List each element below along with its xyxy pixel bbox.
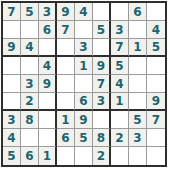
- cell-r8c6[interactable]: 8: [93, 129, 111, 147]
- cell-r8c5[interactable]: 5: [75, 129, 93, 147]
- cell-r5c5[interactable]: [75, 75, 93, 93]
- sudoku-board: 7539466753494371541953974263193819574658…: [1, 1, 167, 167]
- cell-r6c3[interactable]: [39, 93, 57, 111]
- cell-r3c2[interactable]: 4: [21, 39, 39, 57]
- cell-r7c8[interactable]: 5: [129, 111, 147, 129]
- cell-r3c8[interactable]: 1: [129, 39, 147, 57]
- cell-r5c4[interactable]: [57, 75, 75, 93]
- cell-r4c4[interactable]: [57, 57, 75, 75]
- cell-r5c6[interactable]: 7: [93, 75, 111, 93]
- cell-r4c3[interactable]: 4: [39, 57, 57, 75]
- cell-r9c8[interactable]: [129, 147, 147, 165]
- cell-r5c3[interactable]: 9: [39, 75, 57, 93]
- cell-r6c6[interactable]: 3: [93, 93, 111, 111]
- cell-r1c4[interactable]: 9: [57, 3, 75, 21]
- cell-r2c4[interactable]: 7: [57, 21, 75, 39]
- cell-r8c7[interactable]: 2: [111, 129, 129, 147]
- cell-r5c1[interactable]: [3, 75, 21, 93]
- cell-r9c6[interactable]: 2: [93, 147, 111, 165]
- cell-r9c1[interactable]: 5: [3, 147, 21, 165]
- cell-r4c1[interactable]: [3, 57, 21, 75]
- cell-r3c1[interactable]: 9: [3, 39, 21, 57]
- cell-r2c3[interactable]: 6: [39, 21, 57, 39]
- cell-r1c2[interactable]: 5: [21, 3, 39, 21]
- cell-r4c9[interactable]: [147, 57, 165, 75]
- cell-r2c1[interactable]: [3, 21, 21, 39]
- cell-r1c7[interactable]: [111, 3, 129, 21]
- cell-r5c8[interactable]: [129, 75, 147, 93]
- cell-r9c4[interactable]: [57, 147, 75, 165]
- cell-r1c5[interactable]: 4: [75, 3, 93, 21]
- cell-r6c9[interactable]: 9: [147, 93, 165, 111]
- cell-r8c2[interactable]: [21, 129, 39, 147]
- cell-r4c6[interactable]: 9: [93, 57, 111, 75]
- cell-r7c9[interactable]: 7: [147, 111, 165, 129]
- cell-r9c5[interactable]: [75, 147, 93, 165]
- cell-r6c8[interactable]: [129, 93, 147, 111]
- cell-r1c1[interactable]: 7: [3, 3, 21, 21]
- cell-r1c6[interactable]: [93, 3, 111, 21]
- cell-r7c4[interactable]: 1: [57, 111, 75, 129]
- cell-r2c7[interactable]: 3: [111, 21, 129, 39]
- cell-r8c8[interactable]: 3: [129, 129, 147, 147]
- cell-r6c7[interactable]: 1: [111, 93, 129, 111]
- cell-r8c3[interactable]: [39, 129, 57, 147]
- cell-r7c2[interactable]: 8: [21, 111, 39, 129]
- cell-r1c8[interactable]: 6: [129, 3, 147, 21]
- cell-r4c7[interactable]: 5: [111, 57, 129, 75]
- cell-r6c2[interactable]: 2: [21, 93, 39, 111]
- cell-r7c5[interactable]: 9: [75, 111, 93, 129]
- cell-r3c7[interactable]: 7: [111, 39, 129, 57]
- cell-r1c9[interactable]: [147, 3, 165, 21]
- cell-r3c4[interactable]: [57, 39, 75, 57]
- cell-r2c6[interactable]: 5: [93, 21, 111, 39]
- cell-r9c3[interactable]: 1: [39, 147, 57, 165]
- cell-r5c2[interactable]: 3: [21, 75, 39, 93]
- cell-r7c6[interactable]: [93, 111, 111, 129]
- cell-r3c3[interactable]: [39, 39, 57, 57]
- cell-r2c9[interactable]: 4: [147, 21, 165, 39]
- cell-r5c7[interactable]: 4: [111, 75, 129, 93]
- cell-r6c1[interactable]: [3, 93, 21, 111]
- cell-r7c1[interactable]: 3: [3, 111, 21, 129]
- cell-r9c7[interactable]: [111, 147, 129, 165]
- cell-r9c9[interactable]: [147, 147, 165, 165]
- cell-r6c4[interactable]: [57, 93, 75, 111]
- cell-r8c1[interactable]: 4: [3, 129, 21, 147]
- cell-r5c9[interactable]: [147, 75, 165, 93]
- cell-r4c8[interactable]: [129, 57, 147, 75]
- cell-r3c5[interactable]: 3: [75, 39, 93, 57]
- cell-r4c5[interactable]: 1: [75, 57, 93, 75]
- cell-r3c9[interactable]: 5: [147, 39, 165, 57]
- cell-r2c5[interactable]: [75, 21, 93, 39]
- cell-r4c2[interactable]: [21, 57, 39, 75]
- cell-r7c3[interactable]: [39, 111, 57, 129]
- cell-r8c9[interactable]: [147, 129, 165, 147]
- cell-r3c6[interactable]: [93, 39, 111, 57]
- cell-r7c7[interactable]: [111, 111, 129, 129]
- cell-r8c4[interactable]: 6: [57, 129, 75, 147]
- cell-r6c5[interactable]: 6: [75, 93, 93, 111]
- cell-r1c3[interactable]: 3: [39, 3, 57, 21]
- cell-r2c8[interactable]: [129, 21, 147, 39]
- cell-r9c2[interactable]: 6: [21, 147, 39, 165]
- cell-r2c2[interactable]: [21, 21, 39, 39]
